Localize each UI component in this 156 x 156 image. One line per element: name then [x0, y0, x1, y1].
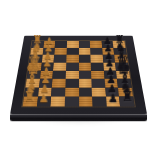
- board-front-edge: [9, 114, 146, 121]
- board-scene: ♜♟♟♜♞♟♟♞♝♟♟♝♛♟♟♛♚♟♟♚♝♟♟♝♞♟♟♞♜♟♟♜: [0, 0, 156, 156]
- square-r7c5[interactable]: [92, 96, 106, 106]
- white-pawn-icon: ♟: [38, 93, 48, 103]
- square-r3c3[interactable]: [65, 62, 78, 70]
- square-r7c6[interactable]: ♟: [105, 96, 120, 106]
- black-rook-icon: ♜: [121, 90, 133, 103]
- square-r7c4[interactable]: [78, 96, 92, 106]
- board-grid: ♜♟♟♜♞♟♟♞♝♟♟♝♛♟♟♛♚♟♟♚♝♟♟♝♞♟♟♞♜♟♟♜: [22, 40, 134, 106]
- square-r2c3[interactable]: [66, 55, 78, 63]
- chess-board: ♜♟♟♜♞♟♟♞♝♟♟♝♛♟♟♛♚♟♟♚♝♟♟♝♞♟♟♞♜♟♟♜: [9, 35, 146, 114]
- square-r3c5[interactable]: [90, 62, 103, 70]
- white-rook[interactable]: ♜: [23, 90, 35, 103]
- square-r6c2[interactable]: [51, 87, 65, 96]
- square-r2c5[interactable]: [90, 55, 103, 63]
- square-r2c2[interactable]: [53, 55, 66, 63]
- square-r4c5[interactable]: [91, 70, 104, 78]
- square-r7c0[interactable]: ♜: [22, 96, 37, 106]
- square-r7c3[interactable]: [64, 96, 78, 106]
- square-r5c2[interactable]: [51, 78, 65, 87]
- black-pawn-icon: ♟: [108, 93, 118, 103]
- square-r0c5[interactable]: [89, 40, 101, 47]
- product-photo-stage: ♜♟♟♜♞♟♟♞♝♟♟♝♛♟♟♛♚♟♟♚♝♟♟♝♞♟♟♞♜♟♟♜: [0, 0, 156, 156]
- square-r7c1[interactable]: ♟: [36, 96, 51, 106]
- white-pawn[interactable]: ♟: [38, 93, 48, 103]
- square-r1c5[interactable]: [90, 47, 102, 54]
- square-r6c4[interactable]: [78, 87, 92, 96]
- square-r1c4[interactable]: [78, 47, 90, 54]
- square-r6c5[interactable]: [91, 87, 105, 96]
- square-r0c3[interactable]: [66, 40, 78, 47]
- square-r4c2[interactable]: [52, 70, 65, 78]
- square-r5c4[interactable]: [78, 78, 91, 87]
- black-rook[interactable]: ♜: [121, 90, 133, 103]
- square-r0c2[interactable]: [54, 40, 66, 47]
- square-r4c3[interactable]: [65, 70, 78, 78]
- square-r3c4[interactable]: [78, 62, 91, 70]
- square-r2c4[interactable]: [78, 55, 90, 63]
- square-r5c5[interactable]: [91, 78, 105, 87]
- square-r7c7[interactable]: ♜: [119, 96, 134, 106]
- square-r7c2[interactable]: [50, 96, 64, 106]
- square-r4c4[interactable]: [78, 70, 91, 78]
- square-r6c3[interactable]: [64, 87, 78, 96]
- square-r3c2[interactable]: [53, 62, 66, 70]
- white-rook-icon: ♜: [23, 90, 35, 103]
- square-r0c4[interactable]: [78, 40, 90, 47]
- black-pawn[interactable]: ♟: [108, 93, 118, 103]
- square-r5c3[interactable]: [65, 78, 78, 87]
- square-r1c3[interactable]: [66, 47, 78, 54]
- square-r1c2[interactable]: [54, 47, 66, 54]
